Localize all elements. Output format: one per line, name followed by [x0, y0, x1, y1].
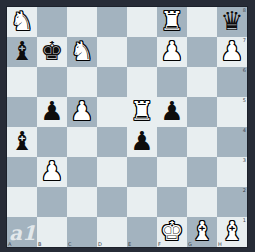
square-b2[interactable] — [37, 187, 67, 217]
square-g5[interactable] — [187, 97, 217, 127]
piece-white-rook-e5[interactable]: ♜ — [127, 97, 157, 127]
square-c2[interactable] — [67, 187, 97, 217]
square-g6[interactable] — [187, 67, 217, 97]
square-d6[interactable] — [97, 67, 127, 97]
rank-label-7: 7 — [243, 37, 246, 43]
square-h8[interactable]: ♛8 — [217, 7, 247, 37]
rank-label-4: 4 — [243, 127, 246, 133]
square-f7[interactable]: ♟ — [157, 37, 187, 67]
square-h4[interactable]: 4 — [217, 127, 247, 157]
square-c8[interactable] — [67, 7, 97, 37]
square-e1[interactable]: E — [127, 217, 157, 247]
square-b1[interactable]: B — [37, 217, 67, 247]
square-c7[interactable]: ♞ — [67, 37, 97, 67]
square-c6[interactable] — [67, 67, 97, 97]
square-d8[interactable] — [97, 7, 127, 37]
rank-label-6: 6 — [243, 67, 246, 73]
square-g4[interactable] — [187, 127, 217, 157]
square-g7[interactable] — [187, 37, 217, 67]
piece-white-king-f1[interactable]: ♚ — [157, 217, 187, 247]
piece-white-knight-a8[interactable]: ♞ — [7, 7, 37, 37]
square-b5[interactable]: ♟ — [37, 97, 67, 127]
square-a8[interactable]: ♞ — [7, 7, 37, 37]
square-h7[interactable]: ♟7 — [217, 37, 247, 67]
rank-label-5: 5 — [243, 97, 246, 103]
square-b3[interactable]: ♟ — [37, 157, 67, 187]
square-d4[interactable] — [97, 127, 127, 157]
square-e3[interactable] — [127, 157, 157, 187]
square-b8[interactable] — [37, 7, 67, 37]
square-b4[interactable] — [37, 127, 67, 157]
file-label-h: H — [218, 241, 222, 247]
file-label-e: E — [128, 241, 131, 247]
rank-label-3: 3 — [243, 157, 246, 163]
file-label-d: D — [98, 241, 102, 247]
square-d3[interactable] — [97, 157, 127, 187]
square-f2[interactable] — [157, 187, 187, 217]
square-h1[interactable]: ♝H1 — [217, 217, 247, 247]
square-a2[interactable] — [7, 187, 37, 217]
square-f5[interactable]: ♟ — [157, 97, 187, 127]
square-f8[interactable]: ♜ — [157, 7, 187, 37]
chess-board: ♞♜♛8♝♚♞♟♟76♟♟♜♟5♝♟4♟32ABCDE♚F♝G♝H1 — [7, 7, 247, 247]
rank-label-8: 8 — [243, 7, 246, 13]
file-label-f: F — [158, 241, 161, 247]
piece-black-pawn-b5[interactable]: ♟ — [37, 97, 67, 127]
square-f4[interactable] — [157, 127, 187, 157]
square-h2[interactable]: 2 — [217, 187, 247, 217]
square-e4[interactable]: ♟ — [127, 127, 157, 157]
file-label-g: G — [188, 241, 192, 247]
rank-label-1: 1 — [243, 217, 246, 223]
piece-black-pawn-e4[interactable]: ♟ — [127, 127, 157, 157]
square-b7[interactable]: ♚ — [37, 37, 67, 67]
square-b6[interactable] — [37, 67, 67, 97]
square-g2[interactable] — [187, 187, 217, 217]
square-e8[interactable] — [127, 7, 157, 37]
piece-black-king-b7[interactable]: ♚ — [37, 37, 67, 67]
file-label-c: C — [68, 241, 72, 247]
square-f1[interactable]: ♚F — [157, 217, 187, 247]
square-a1[interactable]: A — [7, 217, 37, 247]
square-c5[interactable]: ♟ — [67, 97, 97, 127]
square-a4[interactable]: ♝ — [7, 127, 37, 157]
square-g1[interactable]: ♝G — [187, 217, 217, 247]
piece-white-pawn-b3[interactable]: ♟ — [37, 157, 67, 187]
square-e7[interactable] — [127, 37, 157, 67]
piece-white-knight-c7[interactable]: ♞ — [67, 37, 97, 67]
rank-label-2: 2 — [243, 187, 246, 193]
chess-diagram: ♞♜♛8♝♚♞♟♟76♟♟♜♟5♝♟4♟32ABCDE♚F♝G♝H1 a1 — [0, 0, 255, 252]
piece-black-bishop-a4[interactable]: ♝ — [7, 127, 37, 157]
square-h6[interactable]: 6 — [217, 67, 247, 97]
square-c1[interactable]: C — [67, 217, 97, 247]
piece-black-pawn-f5[interactable]: ♟ — [157, 97, 187, 127]
square-a6[interactable] — [7, 67, 37, 97]
square-f6[interactable] — [157, 67, 187, 97]
file-label-a: A — [8, 241, 11, 247]
piece-white-pawn-f7[interactable]: ♟ — [157, 37, 187, 67]
square-h5[interactable]: 5 — [217, 97, 247, 127]
square-d1[interactable]: D — [97, 217, 127, 247]
square-d7[interactable] — [97, 37, 127, 67]
square-e5[interactable]: ♜ — [127, 97, 157, 127]
square-e2[interactable] — [127, 187, 157, 217]
square-d2[interactable] — [97, 187, 127, 217]
square-g3[interactable] — [187, 157, 217, 187]
square-c3[interactable] — [67, 157, 97, 187]
square-g8[interactable] — [187, 7, 217, 37]
piece-white-pawn-c5[interactable]: ♟ — [67, 97, 97, 127]
file-label-b: B — [38, 241, 41, 247]
square-a7[interactable]: ♝ — [7, 37, 37, 67]
piece-white-rook-f8[interactable]: ♜ — [157, 7, 187, 37]
square-a3[interactable] — [7, 157, 37, 187]
square-e6[interactable] — [127, 67, 157, 97]
square-f3[interactable] — [157, 157, 187, 187]
square-a5[interactable] — [7, 97, 37, 127]
square-d5[interactable] — [97, 97, 127, 127]
piece-black-bishop-a7[interactable]: ♝ — [7, 37, 37, 67]
square-c4[interactable] — [67, 127, 97, 157]
square-h3[interactable]: 3 — [217, 157, 247, 187]
